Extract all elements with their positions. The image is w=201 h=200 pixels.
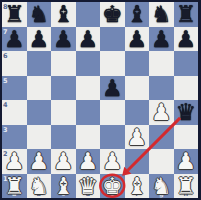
square-h3[interactable]	[174, 125, 199, 150]
white-pawn-g4[interactable]: ♟	[149, 100, 174, 125]
square-h6[interactable]	[174, 51, 199, 76]
square-d8[interactable]	[76, 2, 101, 27]
square-g5[interactable]	[149, 76, 174, 101]
square-e3[interactable]	[100, 125, 125, 150]
square-c4[interactable]	[51, 100, 76, 125]
black-bishop-f8[interactable]: ♝	[125, 2, 150, 27]
square-h5[interactable]	[174, 76, 199, 101]
square-g6[interactable]	[149, 51, 174, 76]
square-e6[interactable]	[100, 51, 125, 76]
white-king-e1[interactable]: ♚	[100, 174, 125, 199]
white-rook-a1[interactable]: ♜	[2, 174, 27, 199]
square-a6[interactable]	[2, 51, 27, 76]
white-rook-h1[interactable]: ♜	[174, 174, 199, 199]
square-a4[interactable]	[2, 100, 27, 125]
black-knight-b8[interactable]: ♞	[27, 2, 52, 27]
chess-board-window: ♜♞♝♚♝♞♜♟♟♟♟♟♟♟♟♟♛♟♟♟♟♟♟♟♜♞♝♛♚♝♞♜ 8765432…	[0, 0, 201, 200]
black-knight-g8[interactable]: ♞	[149, 2, 174, 27]
black-king-e8[interactable]: ♚	[100, 2, 125, 27]
white-pawn-f3[interactable]: ♟	[125, 125, 150, 150]
black-pawn-b7[interactable]: ♟	[27, 27, 52, 52]
square-f6[interactable]	[125, 51, 150, 76]
white-pawn-h2[interactable]: ♟	[174, 149, 199, 174]
white-pawn-b2[interactable]: ♟	[27, 149, 52, 174]
black-pawn-f7[interactable]: ♟	[125, 27, 150, 52]
black-pawn-h7[interactable]: ♟	[174, 27, 199, 52]
square-e4[interactable]	[100, 100, 125, 125]
square-a3[interactable]	[2, 125, 27, 150]
white-pawn-c2[interactable]: ♟	[51, 149, 76, 174]
black-rook-a8[interactable]: ♜	[2, 2, 27, 27]
square-d5[interactable]	[76, 76, 101, 101]
square-b3[interactable]	[27, 125, 52, 150]
white-knight-g1[interactable]: ♞	[149, 174, 174, 199]
square-d4[interactable]	[76, 100, 101, 125]
white-knight-b1[interactable]: ♞	[27, 174, 52, 199]
white-pawn-a2[interactable]: ♟	[2, 149, 27, 174]
black-queen-h4[interactable]: ♛	[174, 100, 199, 125]
black-pawn-e5[interactable]: ♟	[100, 76, 125, 101]
white-pawn-d2[interactable]: ♟	[76, 149, 101, 174]
square-c3[interactable]	[51, 125, 76, 150]
black-rook-h8[interactable]: ♜	[174, 2, 199, 27]
black-pawn-g7[interactable]: ♟	[149, 27, 174, 52]
square-a5[interactable]	[2, 76, 27, 101]
square-b4[interactable]	[27, 100, 52, 125]
white-bishop-c1[interactable]: ♝	[51, 174, 76, 199]
white-bishop-f1[interactable]: ♝	[125, 174, 150, 199]
square-b6[interactable]	[27, 51, 52, 76]
square-c5[interactable]	[51, 76, 76, 101]
black-bishop-c8[interactable]: ♝	[51, 2, 76, 27]
square-e7[interactable]	[100, 27, 125, 52]
square-f4[interactable]	[125, 100, 150, 125]
black-pawn-a7[interactable]: ♟	[2, 27, 27, 52]
black-pawn-d7[interactable]: ♟	[76, 27, 101, 52]
square-g2[interactable]	[149, 149, 174, 174]
white-pawn-e2[interactable]: ♟	[100, 149, 125, 174]
square-b5[interactable]	[27, 76, 52, 101]
square-g3[interactable]	[149, 125, 174, 150]
square-f2[interactable]	[125, 149, 150, 174]
square-d3[interactable]	[76, 125, 101, 150]
square-d6[interactable]	[76, 51, 101, 76]
square-c6[interactable]	[51, 51, 76, 76]
square-f5[interactable]	[125, 76, 150, 101]
white-queen-d1[interactable]: ♛	[76, 174, 101, 199]
black-pawn-c7[interactable]: ♟	[51, 27, 76, 52]
